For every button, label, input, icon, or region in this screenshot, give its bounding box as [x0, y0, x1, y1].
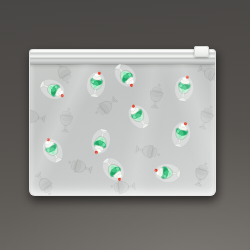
- soda-pattern-svg: [30, 64, 215, 195]
- ghost-motif-instance: [33, 171, 57, 195]
- soda-motif-instance: [89, 127, 113, 156]
- ghost-motif-instance: [59, 107, 74, 132]
- ghost-motif-instance: [135, 143, 161, 160]
- pouch-body: [30, 64, 215, 195]
- ghost-motif-instance: [110, 180, 135, 195]
- ghost-motif-instance: [93, 94, 120, 119]
- soda-motif-instance: [98, 154, 128, 185]
- zipper-slider-tab: [194, 46, 209, 57]
- ghost-motif-instance: [192, 160, 210, 187]
- ghost-motif-instance: [197, 64, 215, 84]
- soda-motif-instance: [173, 74, 194, 102]
- front-pattern-layer: [37, 64, 194, 185]
- soda-motif-instance: [110, 64, 140, 91]
- ghost-motif-instance: [148, 83, 164, 109]
- ghost-motif-instance: [66, 157, 93, 175]
- zip-pouch: [29, 49, 216, 196]
- soda-motif-instance: [38, 135, 66, 166]
- photo-scene: [0, 0, 250, 250]
- soda-motif-instance: [124, 101, 153, 132]
- ghost-motif-instance: [197, 103, 215, 130]
- ghost-motif-instance: [30, 108, 46, 125]
- soda-motif-instance: [85, 70, 106, 98]
- zipper-rail: [30, 50, 215, 65]
- soda-motif-instance: [154, 163, 181, 183]
- soda-motif-instance: [169, 120, 193, 149]
